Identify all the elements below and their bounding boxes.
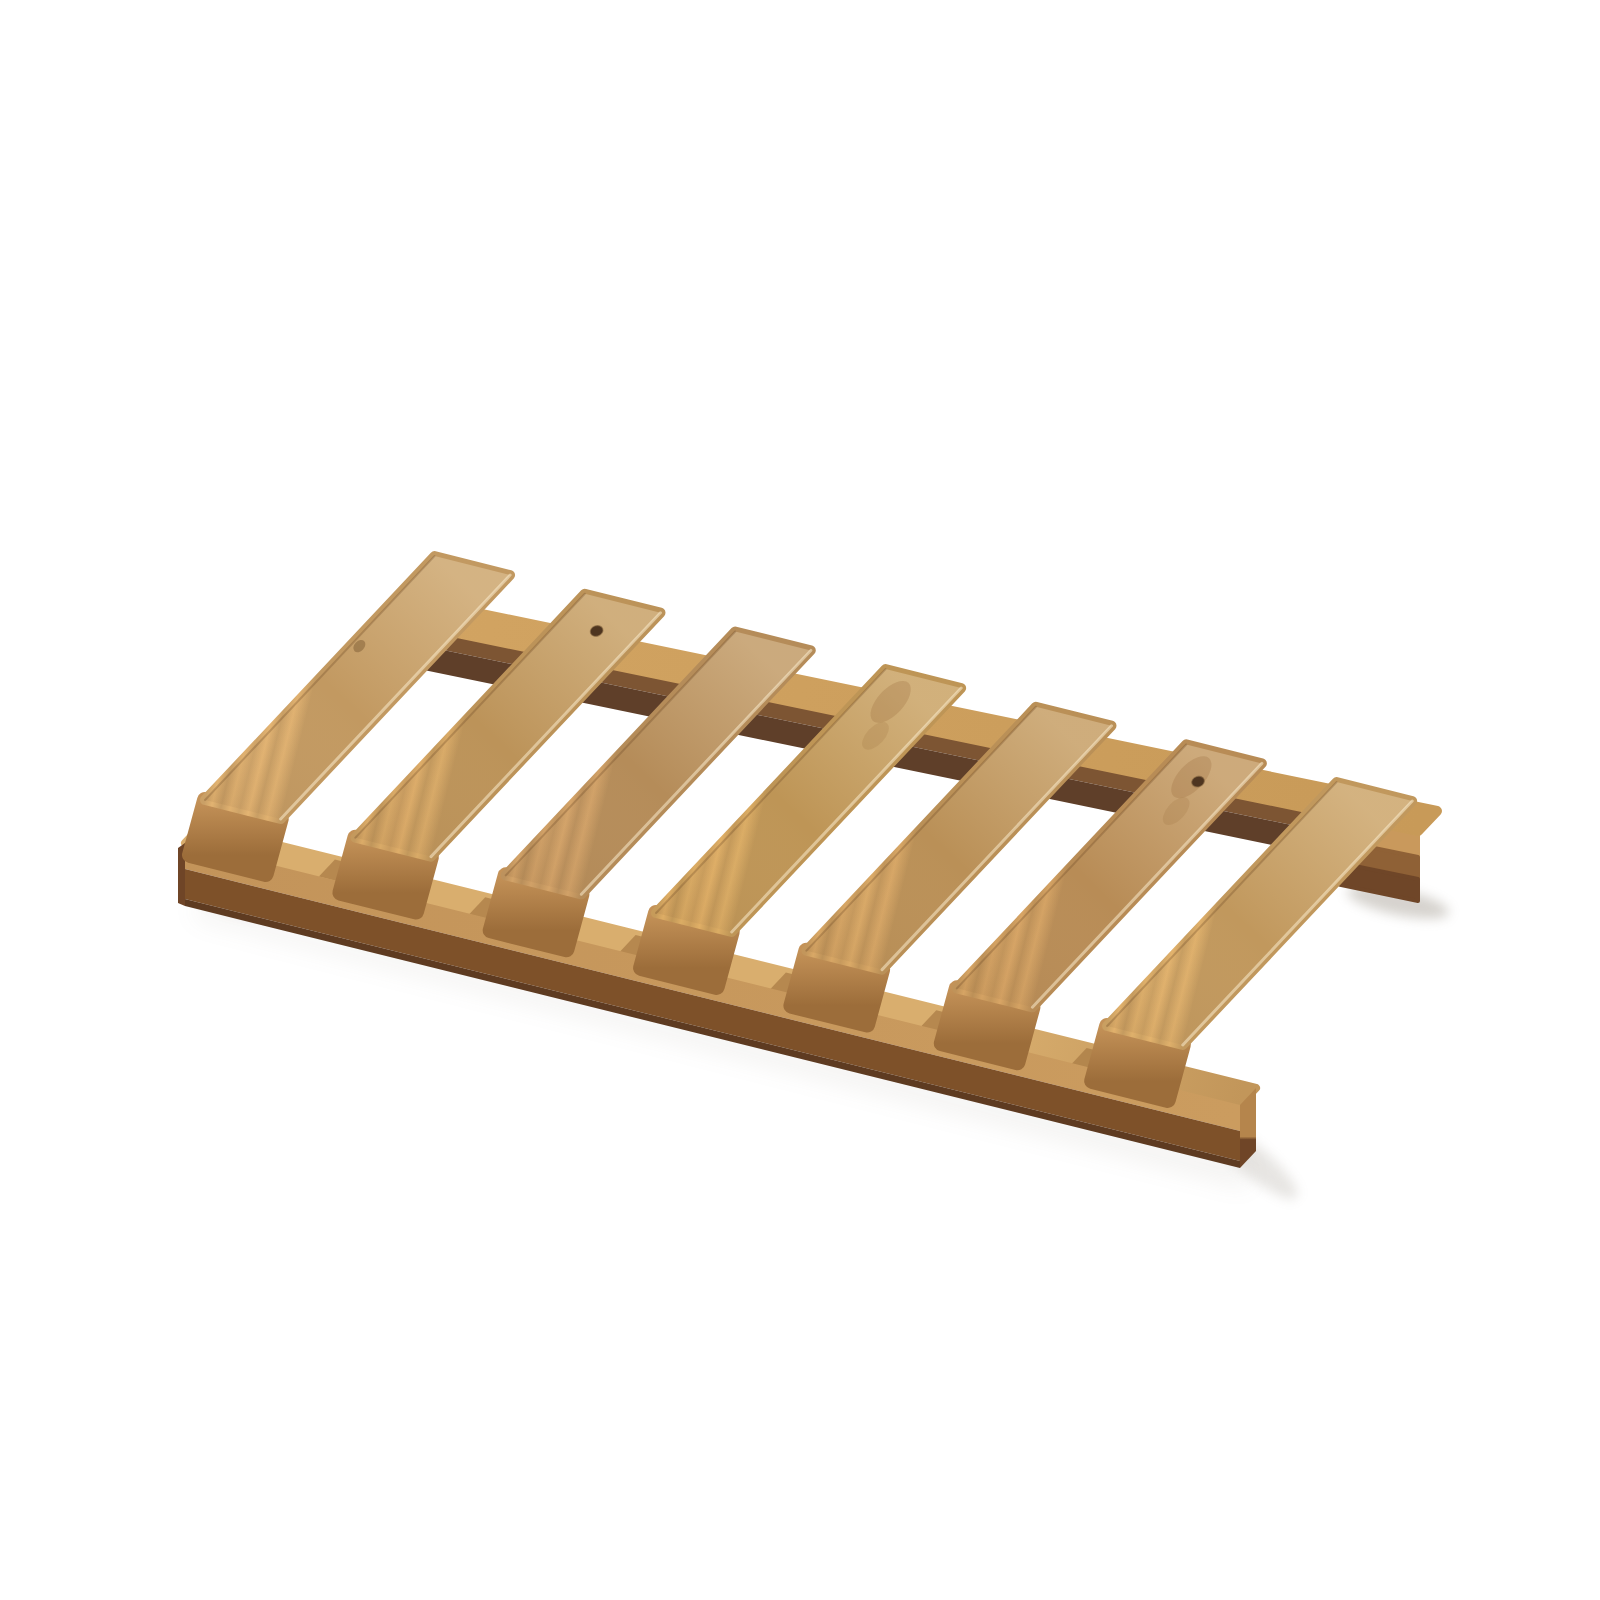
product-photo-stage bbox=[0, 0, 1600, 1600]
bamboo-rack-photo bbox=[0, 0, 1600, 1600]
